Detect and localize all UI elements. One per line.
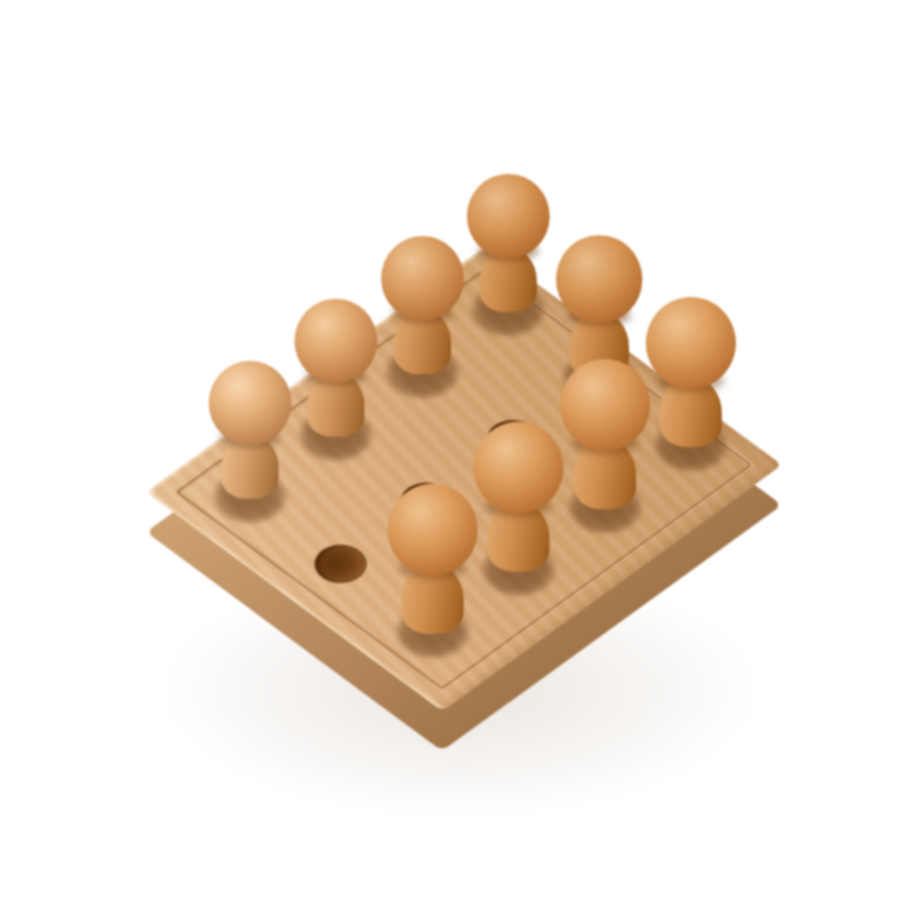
- peg-head: [467, 174, 550, 259]
- peg-head: [295, 298, 378, 383]
- peg-head: [474, 422, 564, 514]
- peg-r2c0[interactable]: [385, 484, 481, 634]
- peg-head: [381, 236, 464, 321]
- empty-hole-r1c0[interactable]: [304, 537, 378, 591]
- peg-r0c3[interactable]: [464, 174, 552, 312]
- peg-r1c3[interactable]: [553, 236, 645, 380]
- peg-r2c3[interactable]: [643, 297, 739, 447]
- peg-head: [646, 297, 736, 389]
- peg-head: [388, 484, 478, 576]
- peg-r0c1[interactable]: [292, 298, 380, 436]
- peg-r0c0[interactable]: [206, 361, 294, 499]
- peg-r2c2[interactable]: [557, 359, 653, 509]
- peg-head: [560, 359, 650, 451]
- peg-r2c1[interactable]: [471, 422, 567, 572]
- peg-head: [556, 236, 642, 324]
- peg-head: [209, 361, 292, 446]
- peg-r0c2[interactable]: [378, 236, 466, 374]
- board-photo-scene: [0, 0, 900, 900]
